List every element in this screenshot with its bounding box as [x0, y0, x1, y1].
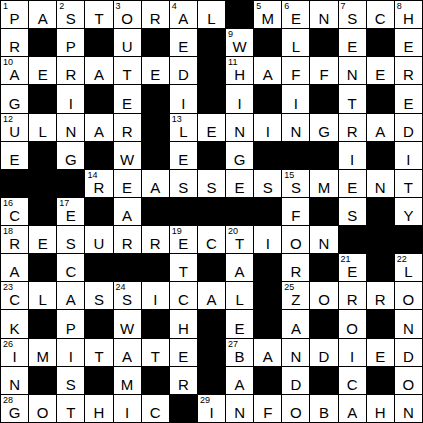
cell-r0c9[interactable]: 5M	[254, 1, 281, 28]
cell-letter: F	[310, 67, 337, 82]
cell-r9c10[interactable]: R	[282, 254, 309, 281]
black-cell-r11c9	[254, 310, 281, 337]
cell-letter: A	[226, 377, 253, 392]
cell-letter: A	[114, 349, 141, 364]
cell-r13c12[interactable]: C	[339, 367, 366, 394]
cell-r2c3[interactable]: A	[85, 57, 112, 84]
cell-r3c2[interactable]: I	[57, 85, 84, 112]
black-cell-r5c1	[29, 142, 56, 169]
cell-r1c10[interactable]: L	[282, 29, 309, 56]
cell-r3c14[interactable]: E	[395, 85, 422, 112]
cell-letter: A	[85, 67, 112, 82]
cell-r10c12[interactable]: R	[339, 282, 366, 309]
cell-r14c7[interactable]: 29I	[198, 395, 225, 422]
clue-number: 2	[59, 2, 64, 11]
cell-letter: S	[339, 208, 366, 223]
cell-letter: M	[29, 349, 56, 364]
cell-r11c14[interactable]: N	[395, 310, 422, 337]
cell-r9c14[interactable]: 22L	[395, 254, 422, 281]
cell-r3c6[interactable]: I	[170, 85, 197, 112]
cell-letter: T	[114, 67, 141, 82]
cell-r14c10[interactable]: O	[282, 395, 309, 422]
cell-r6c12[interactable]: E	[339, 170, 366, 197]
cell-r14c14[interactable]: N	[395, 395, 422, 422]
cell-r8c6[interactable]: 19E	[170, 226, 197, 253]
cell-r5c4[interactable]: W	[114, 142, 141, 169]
black-cell-r13c7	[198, 367, 225, 394]
cell-r12c13[interactable]: E	[367, 339, 394, 366]
cell-letter: P	[1, 11, 28, 26]
cell-letter: S	[85, 292, 112, 307]
black-cell-r5c3	[85, 142, 112, 169]
cell-r3c0[interactable]: G	[1, 85, 28, 112]
cell-r0c10[interactable]: 6E	[282, 1, 309, 28]
cell-r8c11[interactable]: N	[310, 226, 337, 253]
black-cell-r10c9	[254, 282, 281, 309]
cell-r11c0[interactable]: K	[1, 310, 28, 337]
black-cell-r1c11	[310, 29, 337, 56]
clue-number: 3	[116, 2, 121, 11]
cell-r7c10[interactable]: F	[282, 198, 309, 225]
cell-r10c5[interactable]: I	[142, 282, 169, 309]
cell-r4c7[interactable]: E	[198, 114, 225, 141]
cell-letter: H	[367, 405, 394, 420]
cell-r6c5[interactable]: A	[142, 170, 169, 197]
cell-r4c14[interactable]: D	[395, 114, 422, 141]
cell-r12c11[interactable]: D	[310, 339, 337, 366]
cell-r13c14[interactable]: O	[395, 367, 422, 394]
cell-letter: I	[282, 96, 309, 111]
black-cell-r3c13	[367, 85, 394, 112]
cell-r4c0[interactable]: 12U	[1, 114, 28, 141]
cell-r8c2[interactable]: S	[57, 226, 84, 253]
cell-letter: G	[226, 152, 253, 167]
cell-letter: R	[395, 67, 422, 82]
cell-letter: E	[170, 39, 197, 54]
cell-r4c8[interactable]: N	[226, 114, 253, 141]
cell-r8c0[interactable]: 18R	[1, 226, 28, 253]
cell-letter: A	[57, 292, 84, 307]
cell-letter: A	[1, 264, 28, 279]
cell-r8c4[interactable]: R	[114, 226, 141, 253]
cell-letter: C	[170, 292, 197, 307]
cell-r14c2[interactable]: T	[57, 395, 84, 422]
cell-letter: M	[310, 180, 337, 195]
cell-letter: I	[57, 349, 84, 364]
cell-letter: E	[170, 236, 197, 251]
cell-letter: W	[114, 321, 141, 336]
cell-r0c0[interactable]: 1P	[1, 1, 28, 28]
black-cell-r8c14	[395, 226, 422, 253]
cell-r4c3[interactable]: A	[85, 114, 112, 141]
black-cell-r1c5	[142, 29, 169, 56]
cell-r1c4[interactable]: U	[114, 29, 141, 56]
cell-r2c8[interactable]: 11H	[226, 57, 253, 84]
cell-r14c12[interactable]: A	[339, 395, 366, 422]
cell-r8c7[interactable]: C	[198, 226, 225, 253]
cell-r0c12[interactable]: 7S	[339, 1, 366, 28]
cell-r6c11[interactable]: M	[310, 170, 337, 197]
cell-r0c3[interactable]: T	[85, 1, 112, 28]
cell-r2c6[interactable]: D	[170, 57, 197, 84]
cell-r6c8[interactable]: E	[226, 170, 253, 197]
cell-letter: S	[282, 180, 309, 195]
cell-r14c0[interactable]: 28G	[1, 395, 28, 422]
black-cell-r3c11	[310, 85, 337, 112]
black-cell-r5c10	[282, 142, 309, 169]
cell-r13c10[interactable]: D	[282, 367, 309, 394]
cell-letter: E	[395, 39, 422, 54]
cell-r12c12[interactable]: I	[339, 339, 366, 366]
cell-r7c0[interactable]: 16C	[1, 198, 28, 225]
black-cell-r3c1	[29, 85, 56, 112]
cell-letter: S	[114, 292, 141, 307]
cell-letter: I	[57, 96, 84, 111]
cell-r13c0[interactable]: N	[1, 367, 28, 394]
cell-r2c5[interactable]: E	[142, 57, 169, 84]
cell-letter: R	[282, 264, 309, 279]
cell-r11c12[interactable]: O	[339, 310, 366, 337]
cell-r6c4[interactable]: E	[114, 170, 141, 197]
cell-r1c2[interactable]: P	[57, 29, 84, 56]
black-cell-r9c13	[367, 254, 394, 281]
cell-letter: C	[1, 208, 28, 223]
cell-r12c1[interactable]: M	[29, 339, 56, 366]
cell-letter: E	[367, 349, 394, 364]
cell-letter: O	[114, 11, 141, 26]
cell-r12c6[interactable]: E	[170, 339, 197, 366]
cell-r0c4[interactable]: 3O	[114, 1, 141, 28]
cell-r10c14[interactable]: O	[395, 282, 422, 309]
black-cell-r7c8	[226, 198, 253, 225]
cell-r14c11[interactable]: B	[310, 395, 337, 422]
cell-r11c4[interactable]: W	[114, 310, 141, 337]
clue-number: 4	[172, 2, 177, 11]
cell-r8c3[interactable]: U	[85, 226, 112, 253]
black-cell-r5c5	[142, 142, 169, 169]
black-cell-r3c7	[198, 85, 225, 112]
cell-letter: E	[226, 321, 253, 336]
cell-letter: L	[226, 292, 253, 307]
cell-letter: D	[282, 377, 309, 392]
cell-r6c3[interactable]: 14R	[85, 170, 112, 197]
cell-r10c4[interactable]: 24S	[114, 282, 141, 309]
cell-r4c2[interactable]: N	[57, 114, 84, 141]
cell-letter: A	[226, 264, 253, 279]
cell-letter: H	[170, 321, 197, 336]
cell-r10c7[interactable]: A	[198, 282, 225, 309]
cell-r12c8[interactable]: 27B	[226, 339, 253, 366]
cell-letter: O	[395, 377, 422, 392]
cell-letter: U	[114, 39, 141, 54]
cell-r1c0[interactable]: R	[1, 29, 28, 56]
cell-r6c9[interactable]: S	[254, 170, 281, 197]
cell-r8c9[interactable]: I	[254, 226, 281, 253]
cell-letter: A	[339, 405, 366, 420]
cell-r1c8[interactable]: 9W	[226, 29, 253, 56]
cell-r11c2[interactable]: P	[57, 310, 84, 337]
cell-letter: R	[142, 11, 169, 26]
cell-letter: I	[339, 349, 366, 364]
cell-r4c9[interactable]: I	[254, 114, 281, 141]
cell-letter: B	[310, 405, 337, 420]
cell-r10c6[interactable]: C	[170, 282, 197, 309]
cell-letter: A	[254, 349, 281, 364]
cell-r1c14[interactable]: E	[395, 29, 422, 56]
cell-r4c4[interactable]: R	[114, 114, 141, 141]
cell-letter: A	[367, 124, 394, 139]
cell-r1c12[interactable]: E	[339, 29, 366, 56]
cell-letter: O	[310, 292, 337, 307]
cell-letter: O	[282, 405, 309, 420]
cell-r10c8[interactable]: L	[226, 282, 253, 309]
cell-letter: I	[395, 152, 422, 167]
black-cell-r5c11	[310, 142, 337, 169]
black-cell-r14c6	[170, 395, 197, 422]
cell-r14c3[interactable]: H	[85, 395, 112, 422]
black-cell-r8c13	[367, 226, 394, 253]
cell-letter: W	[226, 39, 253, 54]
cell-r2c4[interactable]: T	[114, 57, 141, 84]
cell-letter: N	[282, 124, 309, 139]
cell-r4c1[interactable]: L	[29, 114, 56, 141]
cell-letter: C	[339, 377, 366, 392]
cell-letter: F	[254, 405, 281, 420]
cell-r6c13[interactable]: N	[367, 170, 394, 197]
cell-r8c8[interactable]: 20T	[226, 226, 253, 253]
cell-letter: E	[226, 180, 253, 195]
cell-letter: N	[57, 124, 84, 139]
cell-r13c2[interactable]: S	[57, 367, 84, 394]
cell-letter: W	[114, 152, 141, 167]
cell-r2c2[interactable]: R	[57, 57, 84, 84]
cell-r10c1[interactable]: L	[29, 282, 56, 309]
cell-letter: L	[282, 39, 309, 54]
cell-r0c7[interactable]: L	[198, 1, 225, 28]
cell-r7c4[interactable]: A	[114, 198, 141, 225]
black-cell-r7c11	[310, 198, 337, 225]
cell-r0c6[interactable]: 4A	[170, 1, 197, 28]
black-cell-r1c3	[85, 29, 112, 56]
cell-r2c13[interactable]: E	[367, 57, 394, 84]
cell-letter: I	[1, 349, 28, 364]
cell-r7c14[interactable]: Y	[395, 198, 422, 225]
cell-letter: S	[254, 180, 281, 195]
cell-r13c4[interactable]: M	[114, 367, 141, 394]
cell-r14c1[interactable]: O	[29, 395, 56, 422]
cell-r2c12[interactable]: N	[339, 57, 366, 84]
cell-r3c12[interactable]: T	[339, 85, 366, 112]
cell-letter: A	[85, 124, 112, 139]
cell-r3c4[interactable]: E	[114, 85, 141, 112]
cell-r9c2[interactable]: C	[57, 254, 84, 281]
cell-r14c8[interactable]: N	[226, 395, 253, 422]
cell-r0c11[interactable]: N	[310, 1, 337, 28]
cell-r0c14[interactable]: 8H	[395, 1, 422, 28]
cell-letter: I	[170, 96, 197, 111]
cell-letter: P	[57, 39, 84, 54]
black-cell-r11c5	[142, 310, 169, 337]
cell-letter: N	[310, 11, 337, 26]
cell-r8c5[interactable]: R	[142, 226, 169, 253]
cell-r6c10[interactable]: 15S	[282, 170, 309, 197]
cell-r9c6[interactable]: T	[170, 254, 197, 281]
cell-r2c11[interactable]: F	[310, 57, 337, 84]
cell-r1c6[interactable]: E	[170, 29, 197, 56]
cell-letter: E	[367, 67, 394, 82]
cell-letter: N	[395, 321, 422, 336]
black-cell-r11c7	[198, 310, 225, 337]
cell-r4c13[interactable]: A	[367, 114, 394, 141]
cell-r12c0[interactable]: 26I	[1, 339, 28, 366]
cell-letter: C	[198, 236, 225, 251]
cell-r4c12[interactable]: R	[339, 114, 366, 141]
cell-letter: G	[1, 96, 28, 111]
black-cell-r2c7	[198, 57, 225, 84]
cell-letter: T	[170, 264, 197, 279]
cell-r3c8[interactable]: I	[226, 85, 253, 112]
cell-letter: K	[1, 321, 28, 336]
cell-r12c10[interactable]: N	[282, 339, 309, 366]
clue-number: 7	[341, 2, 346, 11]
cell-r2c14[interactable]: R	[395, 57, 422, 84]
black-cell-r9c1	[29, 254, 56, 281]
cell-letter: D	[170, 67, 197, 82]
cell-letter: O	[339, 321, 366, 336]
cell-r0c13[interactable]: C	[367, 1, 394, 28]
cell-letter: N	[395, 405, 422, 420]
cell-r14c13[interactable]: H	[367, 395, 394, 422]
cell-r10c10[interactable]: 25Z	[282, 282, 309, 309]
cell-r10c0[interactable]: 23C	[1, 282, 28, 309]
cell-letter: R	[367, 292, 394, 307]
cell-letter: D	[310, 349, 337, 364]
cell-letter: S	[339, 11, 366, 26]
cell-letter: P	[57, 321, 84, 336]
black-cell-r9c4	[114, 254, 141, 281]
cell-r5c12[interactable]: I	[339, 142, 366, 169]
cell-r5c0[interactable]: E	[1, 142, 28, 169]
cell-r12c14[interactable]: D	[395, 339, 422, 366]
cell-letter: F	[282, 208, 309, 223]
cell-letter: E	[29, 67, 56, 82]
cell-r4c6[interactable]: 13L	[170, 114, 197, 141]
cell-letter: G	[57, 152, 84, 167]
cell-r2c1[interactable]: E	[29, 57, 56, 84]
cell-r12c4[interactable]: A	[114, 339, 141, 366]
cell-r2c9[interactable]: A	[254, 57, 281, 84]
cell-r11c10[interactable]: A	[282, 310, 309, 337]
cell-letter: I	[254, 124, 281, 139]
black-cell-r1c13	[367, 29, 394, 56]
black-cell-r5c13	[367, 142, 394, 169]
cell-r9c8[interactable]: A	[226, 254, 253, 281]
cell-letter: E	[339, 264, 366, 279]
cell-r14c4[interactable]: I	[114, 395, 141, 422]
cell-letter: R	[142, 236, 169, 251]
cell-r5c8[interactable]: G	[226, 142, 253, 169]
black-cell-r5c7	[198, 142, 225, 169]
cell-r8c10[interactable]: O	[282, 226, 309, 253]
cell-r10c11[interactable]: O	[310, 282, 337, 309]
cell-r6c14[interactable]: T	[395, 170, 422, 197]
cell-r8c1[interactable]: E	[29, 226, 56, 253]
cell-r5c6[interactable]: E	[170, 142, 197, 169]
cell-letter: N	[226, 124, 253, 139]
cell-r10c2[interactable]: A	[57, 282, 84, 309]
black-cell-r13c9	[254, 367, 281, 394]
cell-r2c0[interactable]: 10A	[1, 57, 28, 84]
cell-letter: O	[395, 292, 422, 307]
cell-letter: N	[282, 349, 309, 364]
cell-letter: R	[114, 236, 141, 251]
cell-letter: C	[57, 264, 84, 279]
cell-letter: S	[57, 236, 84, 251]
cell-letter: C	[142, 405, 169, 420]
cell-letter: L	[29, 292, 56, 307]
black-cell-r11c1	[29, 310, 56, 337]
black-cell-r0c8	[226, 1, 253, 28]
black-cell-r9c7	[198, 254, 225, 281]
cell-r5c14[interactable]: I	[395, 142, 422, 169]
cell-r4c10[interactable]: N	[282, 114, 309, 141]
cell-r7c12[interactable]: S	[339, 198, 366, 225]
cell-r11c6[interactable]: H	[170, 310, 197, 337]
cell-r13c6[interactable]: R	[170, 367, 197, 394]
cell-r4c11[interactable]: G	[310, 114, 337, 141]
cell-letter: E	[339, 39, 366, 54]
cell-letter: E	[170, 152, 197, 167]
cell-r7c2[interactable]: 17E	[57, 198, 84, 225]
black-cell-r6c0	[1, 170, 28, 197]
cell-r9c0[interactable]: A	[1, 254, 28, 281]
cell-letter: I	[142, 292, 169, 307]
cell-r12c3[interactable]: T	[85, 339, 112, 366]
cell-letter: M	[114, 377, 141, 392]
cell-r14c5[interactable]: C	[142, 395, 169, 422]
cell-r0c2[interactable]: 2S	[57, 1, 84, 28]
cell-r6c7[interactable]: S	[198, 170, 225, 197]
cell-letter: O	[282, 236, 309, 251]
cell-r3c10[interactable]: I	[282, 85, 309, 112]
cell-r5c2[interactable]: G	[57, 142, 84, 169]
cell-r11c8[interactable]: E	[226, 310, 253, 337]
cell-letter: S	[170, 180, 197, 195]
cell-r12c2[interactable]: I	[57, 339, 84, 366]
cell-r12c5[interactable]: T	[142, 339, 169, 366]
cell-r14c9[interactable]: F	[254, 395, 281, 422]
cell-letter: H	[85, 405, 112, 420]
black-cell-r7c6	[170, 198, 197, 225]
cell-r13c8[interactable]: A	[226, 367, 253, 394]
cell-letter: R	[170, 377, 197, 392]
cell-letter: L	[170, 124, 197, 139]
black-cell-r13c3	[85, 367, 112, 394]
cell-r10c3[interactable]: S	[85, 282, 112, 309]
cell-letter: E	[57, 208, 84, 223]
cell-letter: S	[198, 180, 225, 195]
black-cell-r13c1	[29, 367, 56, 394]
cell-letter: Z	[282, 292, 309, 307]
cell-r0c1[interactable]: A	[29, 1, 56, 28]
cell-r10c13[interactable]: R	[367, 282, 394, 309]
cell-r2c10[interactable]: F	[282, 57, 309, 84]
cell-r9c12[interactable]: 21E	[339, 254, 366, 281]
black-cell-r6c1	[29, 170, 56, 197]
cell-r6c6[interactable]: S	[170, 170, 197, 197]
cell-r0c5[interactable]: R	[142, 1, 169, 28]
cell-r12c9[interactable]: A	[254, 339, 281, 366]
